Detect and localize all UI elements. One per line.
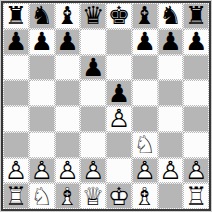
square-c1[interactable]: ♝♗ [55, 183, 81, 209]
white-king-icon-fill: ♚ [107, 184, 131, 208]
white-pawn-icon: ♙ [107, 107, 131, 131]
square-d1[interactable]: ♛♕ [80, 183, 106, 209]
square-h2[interactable]: ♟♙ [183, 158, 209, 184]
square-e1[interactable]: ♚♔ [106, 183, 132, 209]
square-e5[interactable]: ♟ [106, 80, 132, 106]
white-pawn-icon: ♙ [159, 159, 183, 183]
black-pawn-icon: ♟ [4, 30, 28, 54]
white-rook-icon: ♖ [184, 184, 208, 208]
black-bishop-icon: ♝ [133, 4, 157, 28]
square-h8[interactable]: ♜ [183, 3, 209, 29]
square-b8[interactable]: ♞ [29, 3, 55, 29]
square-b4[interactable] [29, 106, 55, 132]
white-pawn-icon: ♙ [81, 159, 105, 183]
square-c5[interactable] [55, 80, 81, 106]
white-pawn-icon: ♙ [4, 159, 28, 183]
square-g6[interactable] [158, 55, 184, 81]
black-pawn-icon: ♟ [133, 30, 157, 54]
square-a2[interactable]: ♟♙ [3, 158, 29, 184]
square-c7[interactable]: ♟ [55, 29, 81, 55]
white-pawn-icon: ♙ [56, 159, 80, 183]
black-queen-icon: ♛ [81, 4, 105, 28]
square-a8[interactable]: ♜ [3, 3, 29, 29]
white-knight-icon-fill: ♞ [30, 184, 54, 208]
square-a6[interactable] [3, 55, 29, 81]
square-c8[interactable]: ♝ [55, 3, 81, 29]
square-c2[interactable]: ♟♙ [55, 158, 81, 184]
square-d3[interactable] [80, 132, 106, 158]
square-f3[interactable]: ♞♘ [132, 132, 158, 158]
white-queen-icon-fill: ♛ [81, 184, 105, 208]
black-pawn-icon: ♟ [107, 81, 131, 105]
square-h7[interactable]: ♟ [183, 29, 209, 55]
white-rook-icon-fill: ♜ [184, 184, 208, 208]
black-pawn-icon: ♟ [159, 30, 183, 54]
black-king-icon: ♚ [107, 4, 131, 28]
square-f1[interactable]: ♝♗ [132, 183, 158, 209]
square-a5[interactable] [3, 80, 29, 106]
square-f7[interactable]: ♟ [132, 29, 158, 55]
square-f5[interactable] [132, 80, 158, 106]
white-pawn-icon: ♙ [184, 159, 208, 183]
square-b2[interactable]: ♟♙ [29, 158, 55, 184]
white-bishop-icon-fill: ♝ [133, 184, 157, 208]
square-b5[interactable] [29, 80, 55, 106]
square-c3[interactable] [55, 132, 81, 158]
black-pawn-icon: ♟ [30, 30, 54, 54]
white-pawn-icon-fill: ♟ [4, 159, 28, 183]
square-g2[interactable]: ♟♙ [158, 158, 184, 184]
black-rook-icon: ♜ [184, 4, 208, 28]
white-pawn-icon-fill: ♟ [30, 159, 54, 183]
white-rook-icon-fill: ♜ [4, 184, 28, 208]
square-g5[interactable] [158, 80, 184, 106]
square-f2[interactable]: ♟♙ [132, 158, 158, 184]
white-pawn-icon-fill: ♟ [133, 159, 157, 183]
white-pawn-icon-fill: ♟ [107, 107, 131, 131]
square-f4[interactable] [132, 106, 158, 132]
square-e8[interactable]: ♚ [106, 3, 132, 29]
square-g7[interactable]: ♟ [158, 29, 184, 55]
square-h6[interactable] [183, 55, 209, 81]
black-pawn-icon: ♟ [81, 56, 105, 80]
black-rook-icon: ♜ [4, 4, 28, 28]
white-king-icon: ♔ [107, 184, 131, 208]
square-e3[interactable] [106, 132, 132, 158]
square-h5[interactable] [183, 80, 209, 106]
square-b6[interactable] [29, 55, 55, 81]
square-e2[interactable] [106, 158, 132, 184]
square-d6[interactable]: ♟ [80, 55, 106, 81]
black-pawn-icon: ♟ [56, 30, 80, 54]
white-pawn-icon-fill: ♟ [81, 159, 105, 183]
square-h3[interactable] [183, 132, 209, 158]
square-b1[interactable]: ♞♘ [29, 183, 55, 209]
chess-board: ♜♞♝♛♚♝♞♜♟♟♟♟♟♟♟♟♟♙♞♘♟♙♟♙♟♙♟♙♟♙♟♙♟♙♜♖♞♘♝♗… [3, 3, 209, 209]
white-bishop-icon: ♗ [56, 184, 80, 208]
diagram-frame: ♜♞♝♛♚♝♞♜♟♟♟♟♟♟♟♟♟♙♞♘♟♙♟♙♟♙♟♙♟♙♟♙♟♙♜♖♞♘♝♗… [0, 0, 212, 212]
black-knight-icon: ♞ [159, 4, 183, 28]
board-border: ♜♞♝♛♚♝♞♜♟♟♟♟♟♟♟♟♟♙♞♘♟♙♟♙♟♙♟♙♟♙♟♙♟♙♜♖♞♘♝♗… [1, 1, 211, 211]
black-bishop-icon: ♝ [56, 4, 80, 28]
square-b3[interactable] [29, 132, 55, 158]
square-e6[interactable] [106, 55, 132, 81]
white-pawn-icon-fill: ♟ [184, 159, 208, 183]
black-pawn-icon: ♟ [184, 30, 208, 54]
white-bishop-icon-fill: ♝ [56, 184, 80, 208]
square-e4[interactable]: ♟♙ [106, 106, 132, 132]
square-b7[interactable]: ♟ [29, 29, 55, 55]
white-bishop-icon: ♗ [133, 184, 157, 208]
square-d4[interactable] [80, 106, 106, 132]
square-c6[interactable] [55, 55, 81, 81]
white-pawn-icon-fill: ♟ [56, 159, 80, 183]
square-h4[interactable] [183, 106, 209, 132]
white-pawn-icon: ♙ [133, 159, 157, 183]
square-a4[interactable] [3, 106, 29, 132]
white-pawn-icon: ♙ [30, 159, 54, 183]
white-queen-icon: ♕ [81, 184, 105, 208]
square-f6[interactable] [132, 55, 158, 81]
square-g3[interactable] [158, 132, 184, 158]
white-pawn-icon-fill: ♟ [159, 159, 183, 183]
black-knight-icon: ♞ [30, 4, 54, 28]
square-d2[interactable]: ♟♙ [80, 158, 106, 184]
square-d5[interactable] [80, 80, 106, 106]
square-d8[interactable]: ♛ [80, 3, 106, 29]
square-c4[interactable] [55, 106, 81, 132]
square-a7[interactable]: ♟ [3, 29, 29, 55]
square-e7[interactable] [106, 29, 132, 55]
square-d7[interactable] [80, 29, 106, 55]
white-rook-icon: ♖ [4, 184, 28, 208]
square-g8[interactable]: ♞ [158, 3, 184, 29]
white-knight-icon: ♘ [133, 133, 157, 157]
square-h1[interactable]: ♜♖ [183, 183, 209, 209]
square-g4[interactable] [158, 106, 184, 132]
white-knight-icon-fill: ♞ [133, 133, 157, 157]
square-f8[interactable]: ♝ [132, 3, 158, 29]
square-a1[interactable]: ♜♖ [3, 183, 29, 209]
square-a3[interactable] [3, 132, 29, 158]
square-g1[interactable] [158, 183, 184, 209]
white-knight-icon: ♘ [30, 184, 54, 208]
